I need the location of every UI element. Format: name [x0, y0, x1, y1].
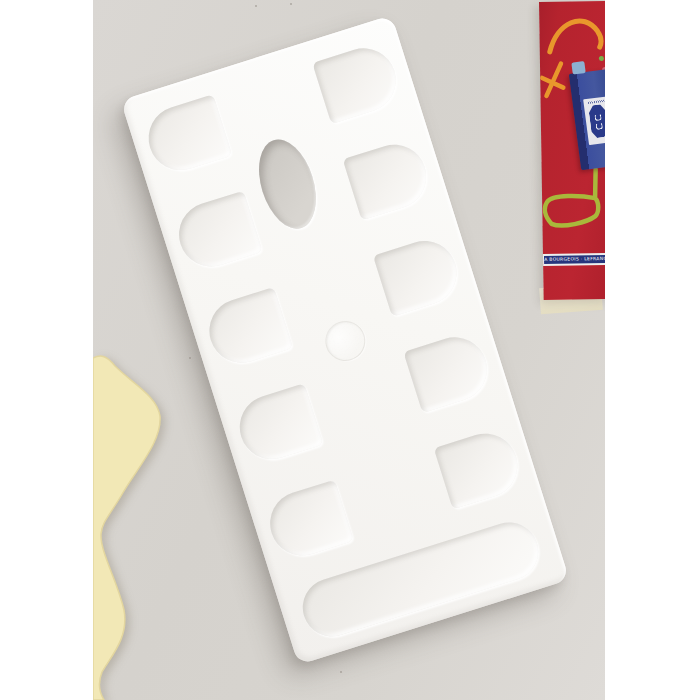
cream-palette-edge — [93, 352, 177, 700]
paint-well-right-5 — [434, 425, 526, 509]
paint-well-right-1 — [312, 40, 404, 124]
brand-banner: A BOURGEOIS · LEFRANC — [543, 253, 605, 266]
thumb-hole — [249, 132, 326, 235]
paint-well-left-2 — [171, 191, 263, 275]
paint-well-left-1 — [141, 94, 233, 178]
crayon-scribble-orange-cross — [542, 64, 564, 96]
paint-box-tab — [571, 61, 585, 75]
paint-palette — [121, 15, 570, 665]
paint-well-left-4 — [232, 383, 324, 467]
paint-well-right-2 — [343, 137, 435, 221]
crayon-scribble-orange — [549, 21, 601, 52]
dust-speck — [189, 357, 191, 359]
label-microtext — [588, 100, 605, 104]
cream-palette-path — [93, 356, 160, 700]
emblem-curl-icon — [595, 122, 603, 130]
label-emblem-octagon — [588, 104, 605, 139]
crayon-dot-green — [599, 56, 604, 61]
crayon-scribble-green — [544, 169, 598, 226]
dust-speck — [255, 5, 257, 7]
embossed-center-mark — [320, 316, 370, 366]
paint-well-right-3 — [373, 233, 465, 317]
paint-box-label — [583, 96, 605, 145]
red-card: A BOURGEOIS · LEFRANC — [539, 1, 605, 300]
photo-backdrop: A BOURGEOIS · LEFRANC — [93, 0, 605, 700]
emblem-curl-icon — [594, 113, 602, 121]
brand-banner-text: A BOURGEOIS · LEFRANC — [544, 255, 605, 264]
paint-well-right-4 — [403, 329, 495, 413]
dust-speck — [290, 3, 292, 5]
dust-speck — [340, 671, 342, 673]
paint-well-left-3 — [201, 287, 293, 371]
paint-well-left-5 — [262, 480, 354, 564]
